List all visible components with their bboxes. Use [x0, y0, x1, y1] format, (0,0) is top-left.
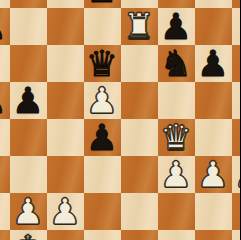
- square-c2[interactable]: ♟: [47, 193, 84, 230]
- square-d4[interactable]: ♟: [84, 119, 121, 156]
- square-h3[interactable]: ♟: [232, 156, 241, 193]
- square-a2[interactable]: [0, 193, 10, 230]
- piece-black-pawn-d4[interactable]: ♟: [84, 119, 121, 156]
- square-c4[interactable]: [47, 119, 84, 156]
- square-f7[interactable]: ♟: [158, 8, 195, 45]
- piece-black-king-a8[interactable]: ♚: [0, 0, 10, 8]
- piece-white-queen-f4[interactable]: ♛: [158, 119, 195, 156]
- square-g8[interactable]: [195, 0, 232, 8]
- square-f2[interactable]: [158, 193, 195, 230]
- square-f4[interactable]: ♛: [158, 119, 195, 156]
- square-a7[interactable]: ♟: [0, 8, 10, 45]
- board-viewport: ♚♜♟♜♟♛♞♟♟♟♟♟♛♟♟♟♟♟♚: [0, 0, 240, 240]
- square-f6[interactable]: ♞: [158, 45, 195, 82]
- square-e1[interactable]: [121, 230, 158, 240]
- square-g5[interactable]: [195, 82, 232, 119]
- square-e4[interactable]: [121, 119, 158, 156]
- square-b1[interactable]: ♚: [10, 230, 47, 240]
- square-e8[interactable]: [121, 0, 158, 8]
- piece-black-pawn-f7[interactable]: ♟: [158, 8, 195, 45]
- square-f1[interactable]: [158, 230, 195, 240]
- square-b5[interactable]: ♟: [10, 82, 47, 119]
- square-a6[interactable]: [0, 45, 10, 82]
- square-c7[interactable]: [47, 8, 84, 45]
- square-h6[interactable]: [232, 45, 241, 82]
- square-a1[interactable]: [0, 230, 10, 240]
- piece-white-pawn-d5[interactable]: ♟: [84, 82, 121, 119]
- piece-white-pawn-g3[interactable]: ♟: [195, 156, 232, 193]
- square-c1[interactable]: [47, 230, 84, 240]
- square-a3[interactable]: [0, 156, 10, 193]
- square-c5[interactable]: [47, 82, 84, 119]
- piece-white-king-b1[interactable]: ♚: [10, 230, 47, 240]
- square-d2[interactable]: [84, 193, 121, 230]
- square-a8[interactable]: ♚: [0, 0, 10, 8]
- square-d6[interactable]: ♛: [84, 45, 121, 82]
- square-g4[interactable]: [195, 119, 232, 156]
- square-c3[interactable]: [47, 156, 84, 193]
- piece-white-pawn-f3[interactable]: ♟: [158, 156, 195, 193]
- piece-white-pawn-c2[interactable]: ♟: [47, 193, 84, 230]
- square-e5[interactable]: [121, 82, 158, 119]
- square-g7[interactable]: [195, 8, 232, 45]
- square-b3[interactable]: [10, 156, 47, 193]
- square-g6[interactable]: ♟: [195, 45, 232, 82]
- piece-black-pawn-a7[interactable]: ♟: [0, 8, 10, 45]
- square-b2[interactable]: ♟: [10, 193, 47, 230]
- square-g2[interactable]: [195, 193, 232, 230]
- square-h4[interactable]: [232, 119, 241, 156]
- square-h5[interactable]: [232, 82, 241, 119]
- square-g1[interactable]: [195, 230, 232, 240]
- piece-black-rook-d8[interactable]: ♜: [84, 0, 121, 8]
- square-d3[interactable]: [84, 156, 121, 193]
- square-f5[interactable]: [158, 82, 195, 119]
- square-d7[interactable]: [84, 8, 121, 45]
- piece-white-pawn-h3[interactable]: ♟: [232, 156, 241, 193]
- square-e2[interactable]: [121, 193, 158, 230]
- square-e3[interactable]: [121, 156, 158, 193]
- square-h2[interactable]: [232, 193, 241, 230]
- square-h1[interactable]: [232, 230, 241, 240]
- square-d8[interactable]: ♜: [84, 0, 121, 8]
- square-f3[interactable]: ♟: [158, 156, 195, 193]
- piece-black-pawn-g6[interactable]: ♟: [195, 45, 232, 82]
- square-b8[interactable]: [10, 0, 47, 8]
- piece-white-pawn-b2[interactable]: ♟: [10, 193, 47, 230]
- piece-black-pawn-b5[interactable]: ♟: [10, 82, 47, 119]
- piece-black-knight-f6[interactable]: ♞: [158, 45, 195, 82]
- square-d1[interactable]: [84, 230, 121, 240]
- square-h8[interactable]: [232, 0, 241, 8]
- square-f8[interactable]: [158, 0, 195, 8]
- piece-black-queen-d6[interactable]: ♛: [84, 45, 121, 82]
- chess-board: ♚♜♟♜♟♛♞♟♟♟♟♟♛♟♟♟♟♟♚: [0, 0, 240, 240]
- square-a5[interactable]: ♟: [0, 82, 10, 119]
- square-b6[interactable]: [10, 45, 47, 82]
- piece-black-pawn-a5[interactable]: ♟: [0, 82, 10, 119]
- square-b4[interactable]: [10, 119, 47, 156]
- square-b7[interactable]: [10, 8, 47, 45]
- piece-white-rook-e7[interactable]: ♜: [121, 8, 158, 45]
- square-e6[interactable]: [121, 45, 158, 82]
- square-h7[interactable]: [232, 8, 241, 45]
- square-e7[interactable]: ♜: [121, 8, 158, 45]
- square-c8[interactable]: [47, 0, 84, 8]
- square-a4[interactable]: [0, 119, 10, 156]
- square-d5[interactable]: ♟: [84, 82, 121, 119]
- square-g3[interactable]: ♟: [195, 156, 232, 193]
- square-c6[interactable]: [47, 45, 84, 82]
